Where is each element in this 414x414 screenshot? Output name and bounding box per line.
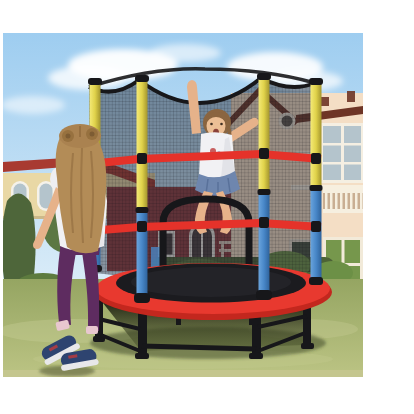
eye <box>210 123 213 126</box>
cloud <box>3 96 65 114</box>
scene-canvas <box>3 33 363 377</box>
house-right-upper-window <box>320 123 363 183</box>
front-bar <box>142 346 256 349</box>
trampoline-bed <box>94 263 332 320</box>
conifer-tree <box>3 193 36 285</box>
enclosure-pole-right <box>309 78 323 279</box>
hair-twist-swirl <box>66 134 71 139</box>
hair-twist-swirl <box>90 132 95 137</box>
chimney <box>347 91 355 102</box>
cloud <box>149 44 221 62</box>
eye <box>220 123 223 126</box>
enclosure-pole-front-left <box>135 75 149 297</box>
product-photo <box>3 33 363 377</box>
hand <box>33 241 41 249</box>
page <box>0 0 414 414</box>
chimney <box>321 97 329 106</box>
sock <box>86 326 98 334</box>
balcony <box>323 189 363 213</box>
enclosure-pole-front-right <box>257 73 271 295</box>
